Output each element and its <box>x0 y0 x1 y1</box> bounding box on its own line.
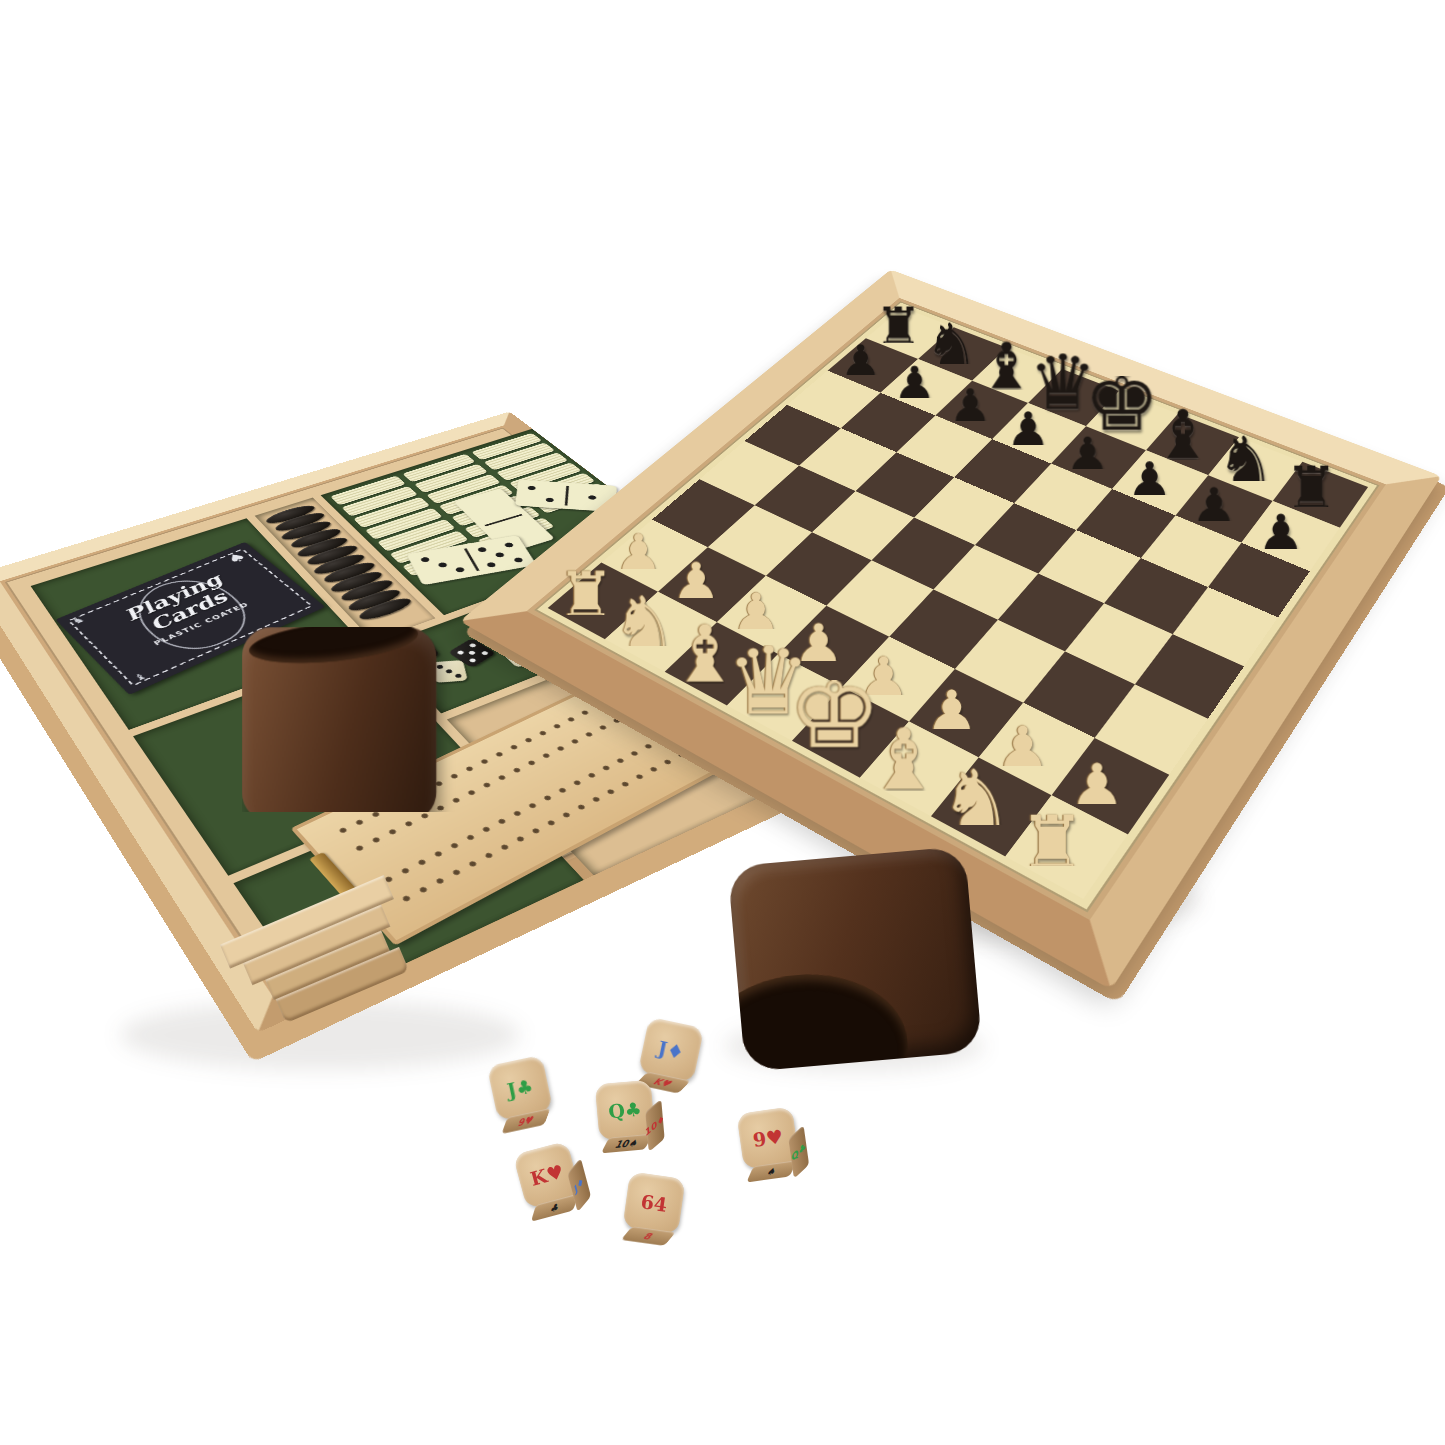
dice-cup <box>727 846 982 1072</box>
pip-dot <box>420 557 430 563</box>
pip-dot <box>468 643 476 648</box>
pip-dot <box>546 497 554 502</box>
dice-cup-in-box <box>242 627 437 822</box>
pip-dot <box>437 562 448 568</box>
pip-dot <box>476 547 487 553</box>
poker-die: K♥ ♣ J♦ <box>513 1141 582 1210</box>
pip-dot <box>485 562 496 568</box>
domino-stacks <box>321 429 533 495</box>
pip-dot <box>588 495 596 500</box>
die-face-value: 64 <box>639 1190 668 1215</box>
black-checkers-stack <box>255 498 313 516</box>
doubling-die: 64 8 <box>622 1171 685 1234</box>
die-face-value: J♣ <box>505 1075 535 1102</box>
white-rook: ♜ <box>547 551 625 629</box>
product-photo-scene: Playing Cards PLASTIC COATED ♠ ♞ ♝ <box>0 0 1445 1445</box>
white-queen: ♛ <box>727 645 810 728</box>
pip-dot <box>513 557 524 563</box>
pip-dot <box>495 552 506 558</box>
die-face-value: K♥ <box>528 1160 566 1190</box>
pip-dot <box>437 665 444 669</box>
pip-dot <box>454 567 465 573</box>
doubling-die-top-face: 64 <box>622 1171 685 1234</box>
pip-dot <box>528 486 536 491</box>
poker-die: 9♥ ♠ Q♣ <box>736 1106 799 1169</box>
poker-die: J♦ K♥ <box>638 1017 704 1083</box>
poker-die: J♣ 9♥ <box>487 1055 553 1121</box>
cup-opening <box>727 966 913 1072</box>
pip-dot <box>468 650 477 655</box>
pip-dot <box>468 658 477 663</box>
die-face-value: Q♣ <box>607 1098 642 1123</box>
white-pawn: ♟ <box>601 507 676 582</box>
card-box-corner-ornament: ♝ <box>131 671 149 683</box>
poker-die: Q♣ 10♠ 10♦ <box>595 1080 656 1141</box>
pip-dot <box>454 673 461 677</box>
die-face-value: 9♥ <box>751 1125 784 1151</box>
die-face-value: J♦ <box>656 1037 686 1064</box>
black-knight: ♞ <box>1210 423 1281 494</box>
pip-dot <box>446 669 453 673</box>
pip-dot <box>456 650 465 655</box>
pip-dot <box>503 542 514 548</box>
pip-dot <box>480 650 489 655</box>
domino-half <box>515 480 566 509</box>
